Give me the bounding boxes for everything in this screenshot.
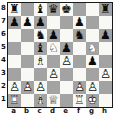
black-r-piece: ♜ bbox=[8, 2, 21, 16]
square-d7[interactable] bbox=[47, 16, 60, 29]
square-h3[interactable]: ♟♙ bbox=[99, 68, 112, 81]
square-c3[interactable] bbox=[34, 68, 47, 81]
square-c7[interactable]: ♟ bbox=[34, 16, 47, 29]
file-label-g: g bbox=[85, 106, 98, 117]
square-g2[interactable]: ♟♙ bbox=[86, 81, 99, 94]
square-d6[interactable]: ♟ bbox=[47, 29, 60, 42]
square-a5[interactable] bbox=[8, 42, 21, 55]
square-a8[interactable]: ♜ bbox=[8, 3, 21, 16]
square-d5[interactable]: ♞♘ bbox=[47, 42, 60, 55]
white-B-piece-fill: ♝ bbox=[34, 93, 47, 107]
black-p-piece: ♟ bbox=[73, 15, 86, 29]
file-label-e: e bbox=[59, 106, 72, 117]
square-g5[interactable]: ♞♘ bbox=[86, 42, 99, 55]
file-labels: abcdefgh bbox=[7, 106, 111, 117]
black-p-piece: ♟ bbox=[99, 28, 112, 42]
square-f4[interactable] bbox=[73, 55, 86, 68]
square-g4[interactable]: ♟ bbox=[86, 55, 99, 68]
file-label-f: f bbox=[72, 106, 85, 117]
square-h4[interactable] bbox=[99, 55, 112, 68]
square-g8[interactable] bbox=[86, 3, 99, 16]
square-e8[interactable]: ♚ bbox=[60, 3, 73, 16]
square-c4[interactable]: ♝♗ bbox=[34, 55, 47, 68]
square-e7[interactable] bbox=[60, 16, 73, 29]
white-P-piece: ♙ bbox=[8, 80, 21, 94]
file-label-d: d bbox=[46, 106, 59, 117]
white-P-piece: ♙ bbox=[34, 80, 47, 94]
square-b2[interactable]: ♟♙ bbox=[21, 81, 34, 94]
white-P-piece-fill: ♟ bbox=[47, 67, 60, 81]
square-a6[interactable] bbox=[8, 29, 21, 42]
white-P-piece: ♙ bbox=[99, 67, 112, 81]
black-b-piece: ♝ bbox=[34, 2, 47, 16]
black-q-piece: ♛ bbox=[47, 2, 60, 16]
white-P-piece: ♙ bbox=[86, 80, 99, 94]
square-g3[interactable] bbox=[86, 68, 99, 81]
white-Q-piece: ♕ bbox=[47, 93, 60, 107]
square-a7[interactable]: ♟ bbox=[8, 16, 21, 29]
square-c5[interactable]: ♝ bbox=[34, 42, 47, 55]
square-c6[interactable]: ♞ bbox=[34, 29, 47, 42]
square-f5[interactable] bbox=[73, 42, 86, 55]
white-R-piece: ♖ bbox=[73, 93, 86, 107]
black-b-piece: ♝ bbox=[34, 41, 47, 55]
square-g7[interactable] bbox=[86, 16, 99, 29]
white-B-piece-fill: ♝ bbox=[34, 54, 47, 68]
white-N-piece-fill: ♞ bbox=[86, 41, 99, 55]
rank-label-8: 8 bbox=[0, 2, 7, 15]
square-b4[interactable] bbox=[21, 55, 34, 68]
square-a3[interactable] bbox=[8, 68, 21, 81]
square-d8[interactable]: ♛ bbox=[47, 3, 60, 16]
black-n-piece: ♞ bbox=[73, 28, 86, 42]
square-f3[interactable] bbox=[73, 68, 86, 81]
square-b6[interactable] bbox=[21, 29, 34, 42]
white-P-piece: ♙ bbox=[73, 80, 86, 94]
square-d3[interactable]: ♟♙ bbox=[47, 68, 60, 81]
square-e2[interactable] bbox=[60, 81, 73, 94]
square-c8[interactable]: ♝ bbox=[34, 3, 47, 16]
white-P-piece-fill: ♟ bbox=[8, 80, 21, 94]
black-p-piece: ♟ bbox=[21, 15, 34, 29]
white-R-piece-fill: ♜ bbox=[8, 93, 21, 107]
square-g6[interactable] bbox=[86, 29, 99, 42]
chess-diagram: 87654321 ♜♝♛♚♜♟♟♟♟♞♟♞♟♝♞♘♟♞♘♝♗♟♙♟♟♙♟♙♟♙♟… bbox=[0, 0, 118, 118]
square-b3[interactable] bbox=[21, 68, 34, 81]
black-p-piece: ♟ bbox=[86, 54, 99, 68]
rank-label-3: 3 bbox=[0, 67, 7, 80]
rank-label-6: 6 bbox=[0, 28, 7, 41]
square-e3[interactable] bbox=[60, 68, 73, 81]
white-P-piece: ♙ bbox=[21, 80, 34, 94]
white-P-piece-fill: ♟ bbox=[73, 80, 86, 94]
rank-label-5: 5 bbox=[0, 41, 7, 54]
square-b8[interactable] bbox=[21, 3, 34, 16]
black-p-piece: ♟ bbox=[60, 41, 73, 55]
rank-labels: 87654321 bbox=[0, 2, 7, 106]
white-K-piece-fill: ♚ bbox=[86, 93, 99, 107]
square-f2[interactable]: ♟♙ bbox=[73, 81, 86, 94]
square-h7[interactable] bbox=[99, 16, 112, 29]
square-e4[interactable]: ♟♙ bbox=[60, 55, 73, 68]
white-B-piece: ♗ bbox=[34, 93, 47, 107]
square-b5[interactable] bbox=[21, 42, 34, 55]
square-f6[interactable]: ♞ bbox=[73, 29, 86, 42]
white-P-piece: ♙ bbox=[60, 54, 73, 68]
square-f8[interactable] bbox=[73, 3, 86, 16]
square-h6[interactable]: ♟ bbox=[99, 29, 112, 42]
white-P-piece: ♙ bbox=[47, 67, 60, 81]
file-label-a: a bbox=[7, 106, 20, 117]
white-K-piece: ♔ bbox=[86, 93, 99, 107]
black-p-piece: ♟ bbox=[8, 15, 21, 29]
square-b7[interactable]: ♟ bbox=[21, 16, 34, 29]
file-label-b: b bbox=[20, 106, 33, 117]
white-P-piece-fill: ♟ bbox=[60, 54, 73, 68]
chess-board: ♜♝♛♚♜♟♟♟♟♞♟♞♟♝♞♘♟♞♘♝♗♟♙♟♟♙♟♙♟♙♟♙♟♙♟♙♟♙♜♖… bbox=[7, 2, 113, 108]
white-P-piece-fill: ♟ bbox=[99, 67, 112, 81]
file-label-h: h bbox=[98, 106, 111, 117]
black-n-piece: ♞ bbox=[34, 28, 47, 42]
white-N-piece: ♘ bbox=[86, 41, 99, 55]
white-R-piece: ♖ bbox=[8, 93, 21, 107]
rank-label-4: 4 bbox=[0, 54, 7, 67]
white-N-piece-fill: ♞ bbox=[47, 41, 60, 55]
white-B-piece: ♗ bbox=[34, 54, 47, 68]
square-h5[interactable] bbox=[99, 42, 112, 55]
square-e5[interactable]: ♟ bbox=[60, 42, 73, 55]
square-e6[interactable] bbox=[60, 29, 73, 42]
white-Q-piece-fill: ♛ bbox=[47, 93, 60, 107]
square-a4[interactable] bbox=[8, 55, 21, 68]
square-h2[interactable] bbox=[99, 81, 112, 94]
white-P-piece-fill: ♟ bbox=[34, 80, 47, 94]
white-R-piece-fill: ♜ bbox=[73, 93, 86, 107]
black-r-piece: ♜ bbox=[99, 2, 112, 16]
black-p-piece: ♟ bbox=[47, 28, 60, 42]
square-d2[interactable] bbox=[47, 81, 60, 94]
black-k-piece: ♚ bbox=[60, 2, 73, 16]
square-c2[interactable]: ♟♙ bbox=[34, 81, 47, 94]
square-d4[interactable] bbox=[47, 55, 60, 68]
file-label-c: c bbox=[33, 106, 46, 117]
white-N-piece: ♘ bbox=[47, 41, 60, 55]
square-f7[interactable]: ♟ bbox=[73, 16, 86, 29]
white-P-piece-fill: ♟ bbox=[86, 80, 99, 94]
rank-label-1: 1 bbox=[0, 93, 7, 106]
square-a2[interactable]: ♟♙ bbox=[8, 81, 21, 94]
square-h8[interactable]: ♜ bbox=[99, 3, 112, 16]
rank-label-2: 2 bbox=[0, 80, 7, 93]
black-p-piece: ♟ bbox=[34, 15, 47, 29]
rank-label-7: 7 bbox=[0, 15, 7, 28]
white-P-piece-fill: ♟ bbox=[21, 80, 34, 94]
